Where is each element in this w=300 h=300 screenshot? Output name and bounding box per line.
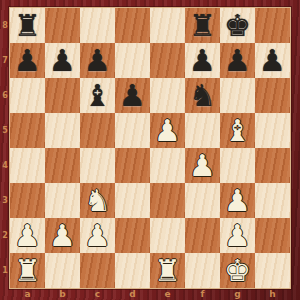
- piece-black-pawn-b7: ♟: [49, 46, 76, 76]
- square-a2[interactable]: ♟: [10, 218, 45, 253]
- square-c8[interactable]: [80, 8, 115, 43]
- rank-label-6: 6: [0, 78, 10, 113]
- square-g2[interactable]: ♟: [220, 218, 255, 253]
- file-label-b: b: [45, 287, 80, 300]
- piece-white-pawn-c2: ♟: [84, 221, 111, 251]
- square-d3[interactable]: [115, 183, 150, 218]
- square-e3[interactable]: [150, 183, 185, 218]
- square-g3[interactable]: ♟: [220, 183, 255, 218]
- file-label-h: h: [255, 287, 290, 300]
- piece-white-rook-e1: ♜: [154, 256, 181, 286]
- piece-white-rook-a1: ♜: [14, 256, 41, 286]
- square-d7[interactable]: [115, 43, 150, 78]
- piece-black-pawn-a7: ♟: [14, 46, 41, 76]
- square-h3[interactable]: [255, 183, 290, 218]
- square-c5[interactable]: [80, 113, 115, 148]
- square-h5[interactable]: [255, 113, 290, 148]
- piece-black-knight-f6: ♞: [189, 81, 216, 111]
- square-g7[interactable]: ♟: [220, 43, 255, 78]
- file-label-e: e: [150, 287, 185, 300]
- square-b5[interactable]: [45, 113, 80, 148]
- square-c6[interactable]: ♝: [80, 78, 115, 113]
- square-d1[interactable]: [115, 253, 150, 288]
- square-a5[interactable]: [10, 113, 45, 148]
- file-label-c: c: [80, 287, 115, 300]
- rank-label-2: 2: [0, 218, 10, 253]
- square-h4[interactable]: [255, 148, 290, 183]
- square-a7[interactable]: ♟: [10, 43, 45, 78]
- square-c7[interactable]: ♟: [80, 43, 115, 78]
- square-h8[interactable]: [255, 8, 290, 43]
- square-b6[interactable]: [45, 78, 80, 113]
- rank-label-7: 7: [0, 43, 10, 78]
- rank-label-3: 3: [0, 183, 10, 218]
- square-b4[interactable]: [45, 148, 80, 183]
- square-f1[interactable]: [185, 253, 220, 288]
- square-d5[interactable]: [115, 113, 150, 148]
- square-b2[interactable]: ♟: [45, 218, 80, 253]
- square-e7[interactable]: [150, 43, 185, 78]
- square-a1[interactable]: ♜: [10, 253, 45, 288]
- piece-white-pawn-a2: ♟: [14, 221, 41, 251]
- square-b1[interactable]: [45, 253, 80, 288]
- piece-white-knight-c3: ♞: [84, 186, 111, 216]
- piece-white-bishop-g5: ♝: [224, 116, 251, 146]
- piece-white-pawn-e5: ♟: [154, 116, 181, 146]
- square-h6[interactable]: [255, 78, 290, 113]
- square-g5[interactable]: ♝: [220, 113, 255, 148]
- square-h1[interactable]: [255, 253, 290, 288]
- piece-white-pawn-f4: ♟: [189, 151, 216, 181]
- square-a4[interactable]: [10, 148, 45, 183]
- chess-board-screenshot: ♜♜♚♟♟♟♟♟♟♝♟♞♟♝♟♞♟♟♟♟♟♜♜♚ 87654321 abcdef…: [0, 0, 300, 300]
- file-label-a: a: [10, 287, 45, 300]
- square-h2[interactable]: [255, 218, 290, 253]
- square-f2[interactable]: [185, 218, 220, 253]
- square-e1[interactable]: ♜: [150, 253, 185, 288]
- square-g8[interactable]: ♚: [220, 8, 255, 43]
- square-f4[interactable]: ♟: [185, 148, 220, 183]
- square-g1[interactable]: ♚: [220, 253, 255, 288]
- rank-label-8: 8: [0, 8, 10, 43]
- piece-black-rook-a8: ♜: [14, 11, 41, 41]
- piece-white-king-g1: ♚: [224, 256, 251, 286]
- piece-black-pawn-d6: ♟: [119, 81, 146, 111]
- square-e8[interactable]: [150, 8, 185, 43]
- square-c1[interactable]: [80, 253, 115, 288]
- square-f7[interactable]: ♟: [185, 43, 220, 78]
- file-label-g: g: [220, 287, 255, 300]
- square-d6[interactable]: ♟: [115, 78, 150, 113]
- square-f8[interactable]: ♜: [185, 8, 220, 43]
- square-e2[interactable]: [150, 218, 185, 253]
- square-e5[interactable]: ♟: [150, 113, 185, 148]
- square-b8[interactable]: [45, 8, 80, 43]
- piece-white-pawn-g3: ♟: [224, 186, 251, 216]
- rank-label-5: 5: [0, 113, 10, 148]
- file-label-f: f: [185, 287, 220, 300]
- square-b3[interactable]: [45, 183, 80, 218]
- piece-black-pawn-g7: ♟: [224, 46, 251, 76]
- square-f5[interactable]: [185, 113, 220, 148]
- square-d4[interactable]: [115, 148, 150, 183]
- square-d8[interactable]: [115, 8, 150, 43]
- square-e6[interactable]: [150, 78, 185, 113]
- square-b7[interactable]: ♟: [45, 43, 80, 78]
- square-a3[interactable]: [10, 183, 45, 218]
- square-g6[interactable]: [220, 78, 255, 113]
- square-e4[interactable]: [150, 148, 185, 183]
- piece-white-pawn-g2: ♟: [224, 221, 251, 251]
- square-h7[interactable]: ♟: [255, 43, 290, 78]
- rank-label-4: 4: [0, 148, 10, 183]
- piece-black-pawn-h7: ♟: [259, 46, 286, 76]
- square-c2[interactable]: ♟: [80, 218, 115, 253]
- square-f6[interactable]: ♞: [185, 78, 220, 113]
- piece-black-pawn-f7: ♟: [189, 46, 216, 76]
- board-grid: ♜♜♚♟♟♟♟♟♟♝♟♞♟♝♟♞♟♟♟♟♟♜♜♚: [10, 8, 290, 288]
- square-f3[interactable]: [185, 183, 220, 218]
- square-a8[interactable]: ♜: [10, 8, 45, 43]
- piece-black-king-g8: ♚: [224, 11, 251, 41]
- piece-white-pawn-b2: ♟: [49, 221, 76, 251]
- piece-black-rook-f8: ♜: [189, 11, 216, 41]
- square-c3[interactable]: ♞: [80, 183, 115, 218]
- piece-black-pawn-c7: ♟: [84, 46, 111, 76]
- square-a6[interactable]: [10, 78, 45, 113]
- square-c4[interactable]: [80, 148, 115, 183]
- square-g4[interactable]: [220, 148, 255, 183]
- file-label-d: d: [115, 287, 150, 300]
- square-d2[interactable]: [115, 218, 150, 253]
- piece-black-bishop-c6: ♝: [84, 81, 111, 111]
- rank-label-1: 1: [0, 253, 10, 288]
